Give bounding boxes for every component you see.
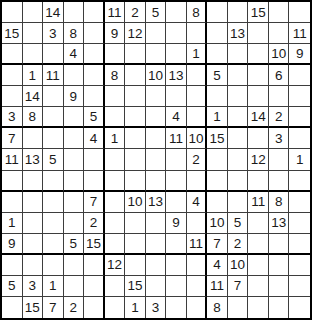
cell-r12c8-empty[interactable] xyxy=(146,234,167,255)
cell-r11c2-empty[interactable] xyxy=(23,213,44,234)
cell-r6c10-empty[interactable] xyxy=(187,107,208,128)
cell-r9c12-empty[interactable] xyxy=(228,171,249,192)
cell-r13c4-empty[interactable] xyxy=(64,255,85,276)
cell-r6c4-empty[interactable] xyxy=(64,107,85,128)
cell-r5c6-empty[interactable] xyxy=(105,86,126,107)
cell-r14c6-empty[interactable] xyxy=(105,276,126,297)
cell-r12c7-empty[interactable] xyxy=(125,234,146,255)
cell-r4c5-empty[interactable] xyxy=(84,65,105,86)
cell-r11c3-empty[interactable] xyxy=(43,213,64,234)
cell-r6c13-given: 14 xyxy=(248,107,269,128)
cell-r14c1-given: 5 xyxy=(2,276,23,297)
cell-r4c8-given: 10 xyxy=(146,65,167,86)
sudoku-board: 1411258151538912131141109111810135614938… xyxy=(0,0,312,320)
cell-r14c15-empty[interactable] xyxy=(289,276,310,297)
cell-r14c2-given: 3 xyxy=(23,276,44,297)
cell-r14c10-empty[interactable] xyxy=(187,276,208,297)
cell-r15c8-given: 3 xyxy=(146,297,167,318)
cell-r9c3-empty[interactable] xyxy=(43,171,64,192)
cell-r8c6-empty[interactable] xyxy=(105,149,126,170)
cell-r4c10-empty[interactable] xyxy=(187,65,208,86)
cell-r3c10-given: 1 xyxy=(187,44,208,65)
cell-r2c5-empty[interactable] xyxy=(84,23,105,44)
cell-r10c4-empty[interactable] xyxy=(64,192,85,213)
cell-r2c10-empty[interactable] xyxy=(187,23,208,44)
cell-r15c7-given: 1 xyxy=(125,297,146,318)
cell-r1c10-given: 8 xyxy=(187,2,208,23)
cell-r12c12-given: 2 xyxy=(228,234,249,255)
cell-r11c7-empty[interactable] xyxy=(125,213,146,234)
cell-r4c2-given: 1 xyxy=(23,65,44,86)
cell-r8c3-given: 5 xyxy=(43,149,64,170)
cell-r3c4-given: 4 xyxy=(64,44,85,65)
cell-r2c8-empty[interactable] xyxy=(146,23,167,44)
cell-r11c14-given: 13 xyxy=(269,213,290,234)
cell-r12c1-given: 9 xyxy=(2,234,23,255)
cell-r1c12-empty[interactable] xyxy=(228,2,249,23)
cell-r4c14-given: 6 xyxy=(269,65,290,86)
cell-r5c8-empty[interactable] xyxy=(146,86,167,107)
cell-r7c1-given: 7 xyxy=(2,128,23,149)
cell-r1c8-given: 5 xyxy=(146,2,167,23)
cell-r3c3-empty[interactable] xyxy=(43,44,64,65)
cell-r8c8-empty[interactable] xyxy=(146,149,167,170)
cell-r11c4-empty[interactable] xyxy=(64,213,85,234)
cell-r11c15-empty[interactable] xyxy=(289,213,310,234)
cell-r13c14-empty[interactable] xyxy=(269,255,290,276)
cell-r7c11-given: 15 xyxy=(207,128,228,149)
cell-r8c9-empty[interactable] xyxy=(166,149,187,170)
cell-r4c4-empty[interactable] xyxy=(64,65,85,86)
cell-r13c2-empty[interactable] xyxy=(23,255,44,276)
cell-r6c7-empty[interactable] xyxy=(125,107,146,128)
cell-r7c5-given: 4 xyxy=(84,128,105,149)
cell-r3c12-empty[interactable] xyxy=(228,44,249,65)
cell-r6c9-given: 4 xyxy=(166,107,187,128)
cell-r10c1-empty[interactable] xyxy=(2,192,23,213)
cell-r11c1-given: 1 xyxy=(2,213,23,234)
cell-r2c9-empty[interactable] xyxy=(166,23,187,44)
cell-r1c14-empty[interactable] xyxy=(269,2,290,23)
cell-r9c1-empty[interactable] xyxy=(2,171,23,192)
cell-r14c13-empty[interactable] xyxy=(248,276,269,297)
cell-r6c15-empty[interactable] xyxy=(289,107,310,128)
cell-r8c14-empty[interactable] xyxy=(269,149,290,170)
cell-r5c4-given: 9 xyxy=(64,86,85,107)
cell-r15c15-empty[interactable] xyxy=(289,297,310,318)
cell-r3c11-empty[interactable] xyxy=(207,44,228,65)
cell-r15c1-empty[interactable] xyxy=(2,297,23,318)
cell-r7c14-given: 3 xyxy=(269,128,290,149)
cell-r1c15-empty[interactable] xyxy=(289,2,310,23)
cell-r10c8-given: 13 xyxy=(146,192,167,213)
cell-r5c2-given: 14 xyxy=(23,86,44,107)
cell-r4c7-empty[interactable] xyxy=(125,65,146,86)
cell-r7c2-empty[interactable] xyxy=(23,128,44,149)
cell-r8c1-given: 11 xyxy=(2,149,23,170)
cell-r5c3-empty[interactable] xyxy=(43,86,64,107)
cell-r10c9-empty[interactable] xyxy=(166,192,187,213)
cell-r13c1-empty[interactable] xyxy=(2,255,23,276)
cell-r5c14-empty[interactable] xyxy=(269,86,290,107)
cell-r5c15-empty[interactable] xyxy=(289,86,310,107)
cell-r13c12-given: 10 xyxy=(228,255,249,276)
cell-r13c15-empty[interactable] xyxy=(289,255,310,276)
cell-r3c6-empty[interactable] xyxy=(105,44,126,65)
cell-r15c9-empty[interactable] xyxy=(166,297,187,318)
cell-r11c8-empty[interactable] xyxy=(146,213,167,234)
cell-r6c12-empty[interactable] xyxy=(228,107,249,128)
cell-r6c11-given: 1 xyxy=(207,107,228,128)
cell-r12c2-empty[interactable] xyxy=(23,234,44,255)
cell-r6c3-empty[interactable] xyxy=(43,107,64,128)
cell-r9c11-empty[interactable] xyxy=(207,171,228,192)
cell-r15c2-given: 15 xyxy=(23,297,44,318)
cell-r1c11-empty[interactable] xyxy=(207,2,228,23)
cell-r1c5-empty[interactable] xyxy=(84,2,105,23)
cell-r10c3-empty[interactable] xyxy=(43,192,64,213)
cell-r8c4-empty[interactable] xyxy=(64,149,85,170)
cell-r12c15-empty[interactable] xyxy=(289,234,310,255)
cell-r11c10-empty[interactable] xyxy=(187,213,208,234)
cell-r10c10-given: 4 xyxy=(187,192,208,213)
cell-r15c14-empty[interactable] xyxy=(269,297,290,318)
cell-r6c8-empty[interactable] xyxy=(146,107,167,128)
cell-r8c15-given: 1 xyxy=(289,149,310,170)
cell-r9c7-empty[interactable] xyxy=(125,171,146,192)
cell-r4c3-given: 11 xyxy=(43,65,64,86)
cell-r4c9-given: 13 xyxy=(166,65,187,86)
cell-r8c2-given: 13 xyxy=(23,149,44,170)
cell-r9c8-empty[interactable] xyxy=(146,171,167,192)
cell-r15c12-empty[interactable] xyxy=(228,297,249,318)
cell-r5c7-empty[interactable] xyxy=(125,86,146,107)
cell-r7c15-empty[interactable] xyxy=(289,128,310,149)
cell-r9c14-empty[interactable] xyxy=(269,171,290,192)
cell-r12c5-given: 15 xyxy=(84,234,105,255)
cell-r15c10-empty[interactable] xyxy=(187,297,208,318)
cell-r2c1-given: 15 xyxy=(2,23,23,44)
cell-r8c5-empty[interactable] xyxy=(84,149,105,170)
cell-r12c3-empty[interactable] xyxy=(43,234,64,255)
cell-r12c4-given: 5 xyxy=(64,234,85,255)
cell-r11c12-given: 5 xyxy=(228,213,249,234)
cell-r11c5-given: 2 xyxy=(84,213,105,234)
cell-r5c12-empty[interactable] xyxy=(228,86,249,107)
cell-r6c6-empty[interactable] xyxy=(105,107,126,128)
cell-r11c11-given: 10 xyxy=(207,213,228,234)
cell-r14c9-empty[interactable] xyxy=(166,276,187,297)
cell-r1c7-given: 2 xyxy=(125,2,146,23)
cell-r13c8-empty[interactable] xyxy=(146,255,167,276)
cell-r13c6-given: 12 xyxy=(105,255,126,276)
cell-r10c12-empty[interactable] xyxy=(228,192,249,213)
cell-r2c7-given: 12 xyxy=(125,23,146,44)
cell-r3c13-empty[interactable] xyxy=(248,44,269,65)
cell-r3c7-empty[interactable] xyxy=(125,44,146,65)
cell-r2c11-empty[interactable] xyxy=(207,23,228,44)
cell-r7c7-empty[interactable] xyxy=(125,128,146,149)
cell-r12c13-empty[interactable] xyxy=(248,234,269,255)
cell-r9c5-empty[interactable] xyxy=(84,171,105,192)
cell-r10c13-given: 11 xyxy=(248,192,269,213)
cell-r11c13-empty[interactable] xyxy=(248,213,269,234)
cell-r9c9-empty[interactable] xyxy=(166,171,187,192)
cell-r1c1-empty[interactable] xyxy=(2,2,23,23)
cell-r7c9-given: 11 xyxy=(166,128,187,149)
cell-r7c8-empty[interactable] xyxy=(146,128,167,149)
cell-r6c1-given: 3 xyxy=(2,107,23,128)
cell-r1c13-given: 15 xyxy=(248,2,269,23)
cell-r5c5-empty[interactable] xyxy=(84,86,105,107)
cell-r9c13-empty[interactable] xyxy=(248,171,269,192)
cell-r4c15-empty[interactable] xyxy=(289,65,310,86)
cell-r8c12-empty[interactable] xyxy=(228,149,249,170)
cell-r4c11-given: 5 xyxy=(207,65,228,86)
cell-r10c2-empty[interactable] xyxy=(23,192,44,213)
cell-r6c14-given: 2 xyxy=(269,107,290,128)
cell-r11c9-given: 9 xyxy=(166,213,187,234)
cell-r14c4-empty[interactable] xyxy=(64,276,85,297)
cell-r7c4-empty[interactable] xyxy=(64,128,85,149)
cell-r12c11-given: 7 xyxy=(207,234,228,255)
cell-r14c3-given: 1 xyxy=(43,276,64,297)
cell-r15c4-given: 2 xyxy=(64,297,85,318)
cell-r2c13-empty[interactable] xyxy=(248,23,269,44)
cell-r15c6-empty[interactable] xyxy=(105,297,126,318)
cell-r9c6-empty[interactable] xyxy=(105,171,126,192)
cell-r9c15-empty[interactable] xyxy=(289,171,310,192)
cell-r6c5-given: 5 xyxy=(84,107,105,128)
cell-r3c14-given: 10 xyxy=(269,44,290,65)
cell-r10c15-empty[interactable] xyxy=(289,192,310,213)
cell-r1c9-empty[interactable] xyxy=(166,2,187,23)
cell-r7c12-empty[interactable] xyxy=(228,128,249,149)
cell-r14c11-given: 11 xyxy=(207,276,228,297)
cell-r12c9-empty[interactable] xyxy=(166,234,187,255)
cell-r10c7-given: 10 xyxy=(125,192,146,213)
cell-r3c9-empty[interactable] xyxy=(166,44,187,65)
cell-r15c5-empty[interactable] xyxy=(84,297,105,318)
cell-r8c11-empty[interactable] xyxy=(207,149,228,170)
cell-r5c11-empty[interactable] xyxy=(207,86,228,107)
cell-r6c2-given: 8 xyxy=(23,107,44,128)
cell-r13c11-given: 4 xyxy=(207,255,228,276)
cell-r12c10-given: 11 xyxy=(187,234,208,255)
cell-r13c5-empty[interactable] xyxy=(84,255,105,276)
cell-r2c12-given: 13 xyxy=(228,23,249,44)
cell-r3c15-given: 9 xyxy=(289,44,310,65)
cell-r7c3-empty[interactable] xyxy=(43,128,64,149)
cell-r5c10-empty[interactable] xyxy=(187,86,208,107)
cell-r13c10-empty[interactable] xyxy=(187,255,208,276)
cell-r5c13-empty[interactable] xyxy=(248,86,269,107)
cell-r10c11-empty[interactable] xyxy=(207,192,228,213)
cell-r8c10-given: 2 xyxy=(187,149,208,170)
cell-r3c5-empty[interactable] xyxy=(84,44,105,65)
cell-r7c13-empty[interactable] xyxy=(248,128,269,149)
cell-r4c6-given: 8 xyxy=(105,65,126,86)
cell-r9c2-empty[interactable] xyxy=(23,171,44,192)
cell-r14c14-empty[interactable] xyxy=(269,276,290,297)
cell-r11c6-empty[interactable] xyxy=(105,213,126,234)
cell-r2c3-given: 3 xyxy=(43,23,64,44)
cell-r15c13-empty[interactable] xyxy=(248,297,269,318)
cell-r15c11-given: 8 xyxy=(207,297,228,318)
cell-r2c15-given: 11 xyxy=(289,23,310,44)
cell-r10c5-given: 7 xyxy=(84,192,105,213)
cell-r1c3-given: 14 xyxy=(43,2,64,23)
cell-r8c13-given: 12 xyxy=(248,149,269,170)
cell-r3c8-empty[interactable] xyxy=(146,44,167,65)
cell-r14c8-empty[interactable] xyxy=(146,276,167,297)
cell-r1c2-empty[interactable] xyxy=(23,2,44,23)
cell-r4c12-empty[interactable] xyxy=(228,65,249,86)
cell-r7c6-given: 1 xyxy=(105,128,126,149)
cell-r5c1-empty[interactable] xyxy=(2,86,23,107)
cell-r2c6-given: 9 xyxy=(105,23,126,44)
cell-r3c1-empty[interactable] xyxy=(2,44,23,65)
cell-r13c7-empty[interactable] xyxy=(125,255,146,276)
cell-r7c10-given: 10 xyxy=(187,128,208,149)
cell-r10c14-given: 8 xyxy=(269,192,290,213)
cell-r13c9-empty[interactable] xyxy=(166,255,187,276)
cell-r2c2-empty[interactable] xyxy=(23,23,44,44)
cell-r3c2-empty[interactable] xyxy=(23,44,44,65)
cell-r5c9-empty[interactable] xyxy=(166,86,187,107)
cell-r2c4-given: 8 xyxy=(64,23,85,44)
cell-r10c6-empty[interactable] xyxy=(105,192,126,213)
cell-r13c3-empty[interactable] xyxy=(43,255,64,276)
cell-r13c13-empty[interactable] xyxy=(248,255,269,276)
cell-r1c6-given: 11 xyxy=(105,2,126,23)
cell-r12c14-empty[interactable] xyxy=(269,234,290,255)
cell-r9c4-empty[interactable] xyxy=(64,171,85,192)
cell-r12c6-empty[interactable] xyxy=(105,234,126,255)
cell-r15c3-given: 7 xyxy=(43,297,64,318)
cell-r8c7-empty[interactable] xyxy=(125,149,146,170)
cell-r4c13-empty[interactable] xyxy=(248,65,269,86)
cell-r14c5-empty[interactable] xyxy=(84,276,105,297)
cell-r1c4-empty[interactable] xyxy=(64,2,85,23)
cell-r4c1-empty[interactable] xyxy=(2,65,23,86)
cell-r14c7-given: 15 xyxy=(125,276,146,297)
cell-r14c12-given: 7 xyxy=(228,276,249,297)
cell-r2c14-empty[interactable] xyxy=(269,23,290,44)
cell-r9c10-empty[interactable] xyxy=(187,171,208,192)
